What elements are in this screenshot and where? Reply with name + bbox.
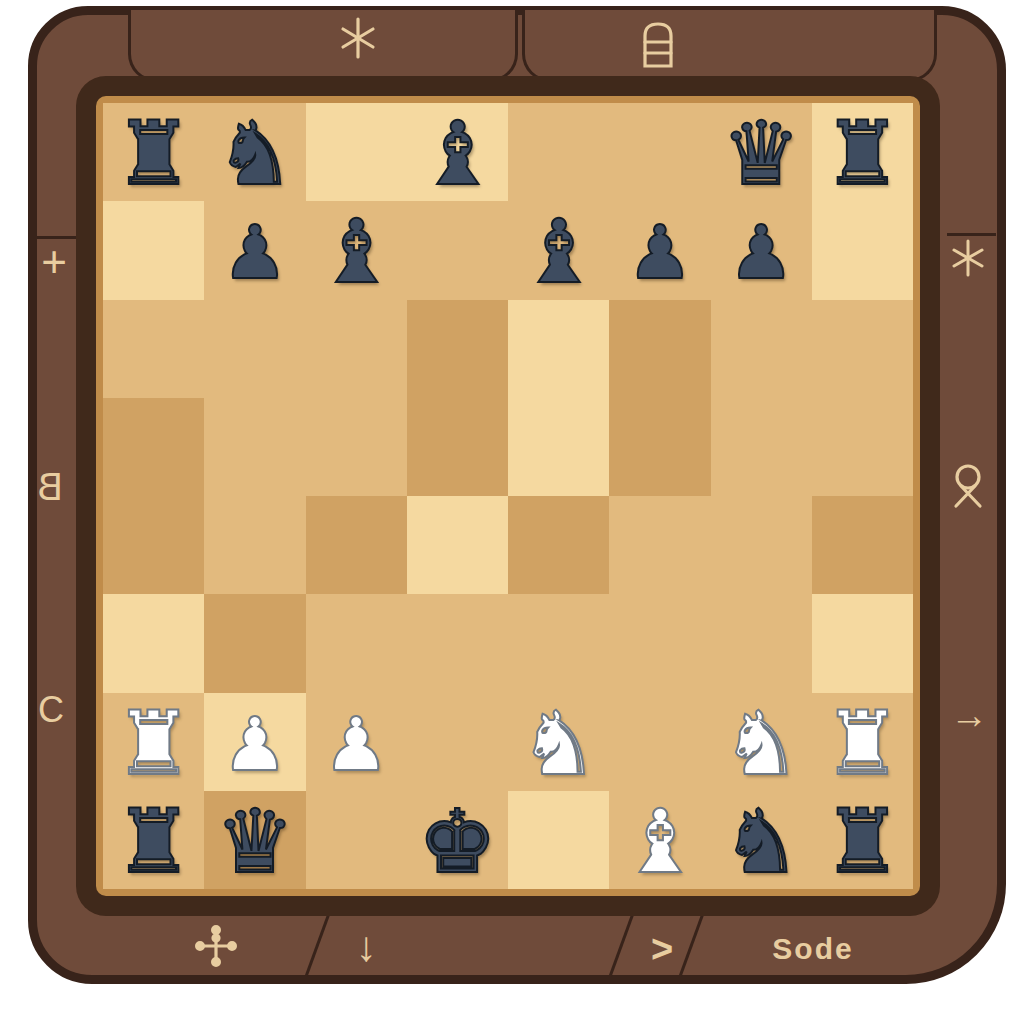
square-e6[interactable] xyxy=(508,300,609,398)
black-queen[interactable]: ♛ xyxy=(722,110,801,198)
square-g1[interactable]: ♞ xyxy=(711,791,812,889)
tower-icon xyxy=(638,18,678,70)
square-e7[interactable]: ♝ xyxy=(508,201,609,299)
square-h3[interactable] xyxy=(812,594,913,692)
square-h7[interactable] xyxy=(812,201,913,299)
board-border: ♜♞♝♛♜♟♝♝♟♟♜♟♟♞♞♜♜♛♚♝♞♜ xyxy=(76,76,940,916)
square-b2[interactable]: ♟ xyxy=(204,693,305,791)
chevron-icon: > xyxy=(640,930,684,968)
frame-glyph-plus: + xyxy=(34,240,74,284)
square-e2[interactable]: ♞ xyxy=(508,693,609,791)
white-rook[interactable]: ♜ xyxy=(823,700,902,788)
black-pawn[interactable]: ♟ xyxy=(222,215,288,289)
square-b5[interactable] xyxy=(204,398,305,496)
chess-app: + B C → ↓ > Sode ♜♞♝♛♜♟♝♝♟♟♜♟♟♞♞♜♜♛♚♝♞♜ xyxy=(0,0,1024,1024)
square-h8[interactable]: ♜ xyxy=(812,103,913,201)
square-b6[interactable] xyxy=(204,300,305,398)
square-f8[interactable] xyxy=(609,103,710,201)
square-h2[interactable]: ♜ xyxy=(812,693,913,791)
frame-glyph-c: C xyxy=(30,692,72,728)
frame-label-sode: Sode xyxy=(748,934,878,964)
square-d5[interactable] xyxy=(407,398,508,496)
square-d3[interactable] xyxy=(407,594,508,692)
square-g6[interactable] xyxy=(711,300,812,398)
square-a5[interactable] xyxy=(103,398,204,496)
black-rook[interactable]: ♜ xyxy=(114,798,193,886)
square-f2[interactable] xyxy=(609,693,710,791)
square-g3[interactable] xyxy=(711,594,812,692)
square-d8[interactable]: ♝ xyxy=(407,103,508,201)
square-h1[interactable]: ♜ xyxy=(812,791,913,889)
square-f3[interactable] xyxy=(609,594,710,692)
right-arrow-icon: → xyxy=(946,696,992,734)
square-a7[interactable] xyxy=(103,201,204,299)
square-g5[interactable] xyxy=(711,398,812,496)
square-b4[interactable] xyxy=(204,496,305,594)
square-b7[interactable]: ♟ xyxy=(204,201,305,299)
square-g2[interactable]: ♞ xyxy=(711,693,812,791)
frame-glyph-mirrored-b: B xyxy=(28,468,72,506)
square-e4[interactable] xyxy=(508,496,609,594)
square-f4[interactable] xyxy=(609,496,710,594)
black-pawn[interactable]: ♟ xyxy=(728,215,794,289)
square-b8[interactable]: ♞ xyxy=(204,103,305,201)
chess-board: ♜♞♝♛♜♟♝♝♟♟♜♟♟♞♞♜♜♛♚♝♞♜ xyxy=(103,103,913,889)
black-bishop[interactable]: ♝ xyxy=(519,208,598,296)
star-icon xyxy=(336,16,380,62)
square-c3[interactable] xyxy=(306,594,407,692)
square-d7[interactable] xyxy=(407,201,508,299)
square-c8[interactable] xyxy=(306,103,407,201)
square-a6[interactable] xyxy=(103,300,204,398)
square-c2[interactable]: ♟ xyxy=(306,693,407,791)
square-b3[interactable] xyxy=(204,594,305,692)
black-knight[interactable]: ♞ xyxy=(722,798,801,886)
square-g7[interactable]: ♟ xyxy=(711,201,812,299)
square-g4[interactable] xyxy=(711,496,812,594)
square-e3[interactable] xyxy=(508,594,609,692)
square-h4[interactable] xyxy=(812,496,913,594)
square-d2[interactable] xyxy=(407,693,508,791)
square-f1[interactable]: ♝ xyxy=(609,791,710,889)
black-knight[interactable]: ♞ xyxy=(215,110,294,198)
square-f7[interactable]: ♟ xyxy=(609,201,710,299)
white-knight[interactable]: ♞ xyxy=(722,700,801,788)
black-bishop[interactable]: ♝ xyxy=(317,208,396,296)
square-c7[interactable]: ♝ xyxy=(306,201,407,299)
black-king[interactable]: ♚ xyxy=(418,798,497,886)
frame-tab-top-left xyxy=(128,10,518,82)
black-queen[interactable]: ♛ xyxy=(215,798,294,886)
black-rook[interactable]: ♜ xyxy=(823,110,902,198)
square-g8[interactable]: ♛ xyxy=(711,103,812,201)
square-e8[interactable] xyxy=(508,103,609,201)
square-c6[interactable] xyxy=(306,300,407,398)
white-pawn[interactable]: ♟ xyxy=(323,707,389,781)
square-a4[interactable] xyxy=(103,496,204,594)
square-d1[interactable]: ♚ xyxy=(407,791,508,889)
black-bishop[interactable]: ♝ xyxy=(418,110,497,198)
square-e1[interactable] xyxy=(508,791,609,889)
down-arrow-icon: ↓ xyxy=(344,926,388,968)
square-c5[interactable] xyxy=(306,398,407,496)
black-rook[interactable]: ♜ xyxy=(114,110,193,198)
white-rook[interactable]: ♜ xyxy=(114,700,193,788)
black-pawn[interactable]: ♟ xyxy=(627,215,693,289)
square-f5[interactable] xyxy=(609,398,710,496)
square-h6[interactable] xyxy=(812,300,913,398)
square-a1[interactable]: ♜ xyxy=(103,791,204,889)
black-rook[interactable]: ♜ xyxy=(823,798,902,886)
square-c1[interactable] xyxy=(306,791,407,889)
square-d6[interactable] xyxy=(407,300,508,398)
frame-tab-top-right xyxy=(522,10,937,82)
square-a3[interactable] xyxy=(103,594,204,692)
board-trim: ♜♞♝♛♜♟♝♝♟♟♜♟♟♞♞♜♜♛♚♝♞♜ xyxy=(96,96,920,896)
square-a2[interactable]: ♜ xyxy=(103,693,204,791)
frame-divider xyxy=(947,233,996,236)
square-d4[interactable] xyxy=(407,496,508,594)
square-e5[interactable] xyxy=(508,398,609,496)
white-pawn[interactable]: ♟ xyxy=(222,707,288,781)
cross-bottony-icon xyxy=(192,922,240,970)
loop-legs-icon xyxy=(946,462,990,512)
star-icon xyxy=(948,238,988,280)
white-bishop[interactable]: ♝ xyxy=(620,798,699,886)
square-f6[interactable] xyxy=(609,300,710,398)
square-a8[interactable]: ♜ xyxy=(103,103,204,201)
white-knight[interactable]: ♞ xyxy=(519,700,598,788)
square-h5[interactable] xyxy=(812,398,913,496)
square-b1[interactable]: ♛ xyxy=(204,791,305,889)
square-c4[interactable] xyxy=(306,496,407,594)
